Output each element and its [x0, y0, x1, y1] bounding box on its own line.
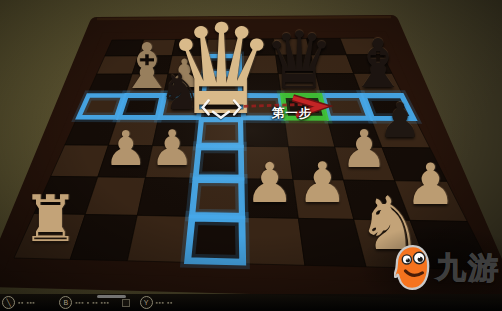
piece-white-queen-d5[interactable]: ♛ [165, 7, 277, 132]
gamepad-b-button-icon: B [59, 296, 72, 309]
watermark-logo: 九游 [394, 243, 500, 293]
ninegame-mascot-icon [394, 243, 432, 293]
piece-white-pawn-e2[interactable]: ♟ [245, 156, 294, 211]
hint-label-1: ▪▪ ▪▪▪ [18, 299, 35, 306]
bar-notch [97, 295, 126, 298]
piece-black-bishop-h6[interactable]: ♝ [348, 31, 408, 98]
game-scene: ♝♟♛♝♞♛♟♟♟♟♟♟♟♜♞ 第一步 九游 ╲ ▪▪ ▪▪▪ B ▪▪▪ ▪ … [0, 0, 502, 311]
piece-white-pawn-f2[interactable]: ♟ [297, 156, 347, 212]
piece-white-pawn-c3[interactable]: ♟ [150, 124, 194, 173]
gamepad-y-button-icon: Y [140, 296, 153, 309]
hint-label-3: ▪▪▪ ▪▪ [156, 299, 173, 306]
tutorial-step-label: 第一步 [272, 104, 313, 121]
control-hint-3[interactable]: Y ▪▪▪ ▪▪ [140, 296, 173, 309]
key-icon [122, 299, 130, 307]
control-hint-1[interactable]: ╲ ▪▪ ▪▪▪ [2, 296, 35, 309]
watermark-text: 九游 [436, 248, 500, 289]
control-hint-2[interactable]: B ▪▪▪ ▪ ▪▪ ▪▪▪ [59, 296, 109, 309]
piece-white-rook-a1[interactable]: ♜ [22, 186, 79, 250]
gamepad-stick-icon: ╲ [2, 296, 15, 309]
piece-white-pawn-g3[interactable]: ♟ [341, 123, 388, 175]
hint-label-2: ▪▪▪ ▪ ▪▪ ▪▪▪ [75, 299, 109, 306]
controls-bar: ╲ ▪▪ ▪▪▪ B ▪▪▪ ▪ ▪▪ ▪▪▪ Y ▪▪▪ ▪▪ [0, 294, 502, 311]
piece-white-pawn-b3[interactable]: ♟ [104, 124, 147, 172]
